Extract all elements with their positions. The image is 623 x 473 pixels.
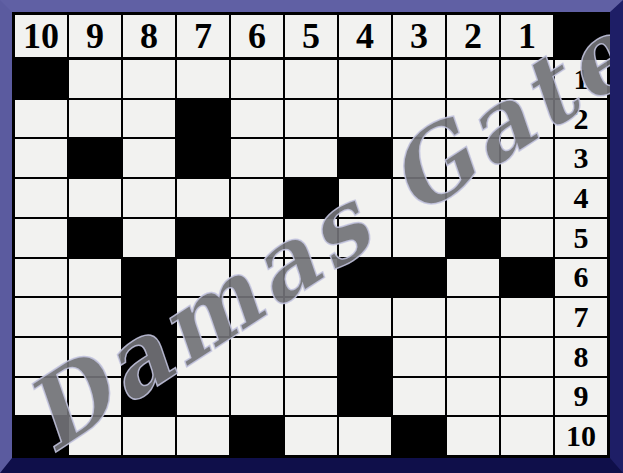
grid-cell-r6-c5[interactable] xyxy=(284,258,338,298)
black-cell-r1-c10 xyxy=(14,59,68,99)
black-cell-r10-c6 xyxy=(230,416,284,456)
grid-cell-r4-c1[interactable] xyxy=(500,178,554,218)
grid-cell-r4-c6[interactable] xyxy=(230,178,284,218)
column-label-1: 1 xyxy=(500,14,554,59)
grid-cell-r8-c9[interactable] xyxy=(68,337,122,377)
grid-cell-r7-c10[interactable] xyxy=(14,297,68,337)
column-label-10: 10 xyxy=(14,14,68,59)
grid-cell-r4-c4[interactable] xyxy=(338,178,392,218)
grid-cell-r5-c4[interactable] xyxy=(338,218,392,258)
grid-cell-r3-c5[interactable] xyxy=(284,138,338,178)
grid-cell-r9-c1[interactable] xyxy=(500,377,554,417)
row-label-9: 9 xyxy=(554,377,608,417)
grid-cell-r2-c1[interactable] xyxy=(500,99,554,139)
grid-cell-r3-c2[interactable] xyxy=(446,138,500,178)
grid-cell-r9-c10[interactable] xyxy=(14,377,68,417)
grid-cell-r2-c5[interactable] xyxy=(284,99,338,139)
grid-cell-r5-c5[interactable] xyxy=(284,218,338,258)
grid-cell-r6-c6[interactable] xyxy=(230,258,284,298)
black-cell-r9-c4 xyxy=(338,377,392,417)
column-label-3: 3 xyxy=(392,14,446,59)
row-label-3: 3 xyxy=(554,138,608,178)
black-cell-r10-c10 xyxy=(14,416,68,456)
grid-cell-r4-c10[interactable] xyxy=(14,178,68,218)
grid-cell-r1-c1[interactable] xyxy=(500,59,554,99)
grid-cell-r3-c10[interactable] xyxy=(14,138,68,178)
grid-cell-r9-c9[interactable] xyxy=(68,377,122,417)
black-cell-r5-c2 xyxy=(446,218,500,258)
grid-cell-r10-c1[interactable] xyxy=(500,416,554,456)
grid-cell-r6-c10[interactable] xyxy=(14,258,68,298)
grid-cell-r6-c7[interactable] xyxy=(176,258,230,298)
column-label-8: 8 xyxy=(122,14,176,59)
grid-cell-r7-c5[interactable] xyxy=(284,297,338,337)
board-frame: 1098765432112345678910 Damas Gate xyxy=(0,0,623,473)
black-cell-r3-c4 xyxy=(338,138,392,178)
grid-cell-r1-c6[interactable] xyxy=(230,59,284,99)
grid-cell-r1-c4[interactable] xyxy=(338,59,392,99)
grid-cell-r2-c4[interactable] xyxy=(338,99,392,139)
grid-cell-r7-c6[interactable] xyxy=(230,297,284,337)
grid-cell-r10-c4[interactable] xyxy=(338,416,392,456)
column-label-2: 2 xyxy=(446,14,500,59)
grid-cell-r1-c7[interactable] xyxy=(176,59,230,99)
grid-cell-r4-c2[interactable] xyxy=(446,178,500,218)
corner-cell xyxy=(554,14,608,59)
grid-cell-r4-c3[interactable] xyxy=(392,178,446,218)
row-label-8: 8 xyxy=(554,337,608,377)
grid-cell-r2-c8[interactable] xyxy=(122,99,176,139)
column-label-9: 9 xyxy=(68,14,122,59)
grid-cell-r10-c8[interactable] xyxy=(122,416,176,456)
black-cell-r10-c3 xyxy=(392,416,446,456)
row-label-2: 2 xyxy=(554,99,608,139)
grid-cell-r5-c10[interactable] xyxy=(14,218,68,258)
board: 1098765432112345678910 xyxy=(12,12,610,458)
grid-cell-r9-c7[interactable] xyxy=(176,377,230,417)
black-cell-r6-c3 xyxy=(392,258,446,298)
grid-cell-r2-c3[interactable] xyxy=(392,99,446,139)
grid-cell-r1-c8[interactable] xyxy=(122,59,176,99)
black-cell-r8-c8 xyxy=(122,337,176,377)
grid-cell-r7-c4[interactable] xyxy=(338,297,392,337)
grid-cell-r10-c9[interactable] xyxy=(68,416,122,456)
grid-cell-r5-c6[interactable] xyxy=(230,218,284,258)
black-cell-r3-c9 xyxy=(68,138,122,178)
grid-cell-r9-c5[interactable] xyxy=(284,377,338,417)
row-label-6: 6 xyxy=(554,258,608,298)
grid-cell-r4-c9[interactable] xyxy=(68,178,122,218)
black-cell-r3-c7 xyxy=(176,138,230,178)
grid-cell-r9-c3[interactable] xyxy=(392,377,446,417)
grid-cell-r8-c7[interactable] xyxy=(176,337,230,377)
grid-cell-r10-c7[interactable] xyxy=(176,416,230,456)
grid-cell-r8-c2[interactable] xyxy=(446,337,500,377)
black-cell-r5-c9 xyxy=(68,218,122,258)
row-label-7: 7 xyxy=(554,297,608,337)
grid-cell-r7-c2[interactable] xyxy=(446,297,500,337)
grid-cell-r3-c1[interactable] xyxy=(500,138,554,178)
row-label-1: 1 xyxy=(554,59,608,99)
grid-cell-r8-c3[interactable] xyxy=(392,337,446,377)
grid-cell-r8-c10[interactable] xyxy=(14,337,68,377)
grid-cell-r2-c6[interactable] xyxy=(230,99,284,139)
grid-cell-r3-c6[interactable] xyxy=(230,138,284,178)
grid-cell-r1-c9[interactable] xyxy=(68,59,122,99)
grid-cell-r6-c9[interactable] xyxy=(68,258,122,298)
black-cell-r2-c7 xyxy=(176,99,230,139)
grid-cell-r1-c3[interactable] xyxy=(392,59,446,99)
black-cell-r6-c1 xyxy=(500,258,554,298)
grid-cell-r4-c7[interactable] xyxy=(176,178,230,218)
grid-cell-r8-c1[interactable] xyxy=(500,337,554,377)
black-cell-r9-c8 xyxy=(122,377,176,417)
grid-cell-r7-c9[interactable] xyxy=(68,297,122,337)
grid-cell-r2-c9[interactable] xyxy=(68,99,122,139)
grid-cell-r3-c8[interactable] xyxy=(122,138,176,178)
grid-cell-r1-c5[interactable] xyxy=(284,59,338,99)
grid-cell-r6-c2[interactable] xyxy=(446,258,500,298)
black-cell-r6-c8 xyxy=(122,258,176,298)
grid-cell-r7-c3[interactable] xyxy=(392,297,446,337)
black-cell-r6-c4 xyxy=(338,258,392,298)
grid-cell-r4-c8[interactable] xyxy=(122,178,176,218)
grid-cell-r10-c5[interactable] xyxy=(284,416,338,456)
grid-cell-r5-c8[interactable] xyxy=(122,218,176,258)
column-label-5: 5 xyxy=(284,14,338,59)
grid-cell-r1-c2[interactable] xyxy=(446,59,500,99)
black-cell-r7-c8 xyxy=(122,297,176,337)
grid-cell-r9-c2[interactable] xyxy=(446,377,500,417)
column-label-7: 7 xyxy=(176,14,230,59)
grid-cell-r9-c6[interactable] xyxy=(230,377,284,417)
grid-cell-r7-c7[interactable] xyxy=(176,297,230,337)
grid-cell-r10-c2[interactable] xyxy=(446,416,500,456)
row-label-5: 5 xyxy=(554,218,608,258)
grid-cell-r5-c3[interactable] xyxy=(392,218,446,258)
grid-cell-r7-c1[interactable] xyxy=(500,297,554,337)
grid-cell-r8-c6[interactable] xyxy=(230,337,284,377)
grid-cell-r2-c2[interactable] xyxy=(446,99,500,139)
grid-cell-r5-c1[interactable] xyxy=(500,218,554,258)
row-label-10: 10 xyxy=(554,416,608,456)
row-label-4: 4 xyxy=(554,178,608,218)
black-cell-r8-c4 xyxy=(338,337,392,377)
black-cell-r5-c7 xyxy=(176,218,230,258)
black-cell-r4-c5 xyxy=(284,178,338,218)
grid-cell-r8-c5[interactable] xyxy=(284,337,338,377)
grid-cell-r3-c3[interactable] xyxy=(392,138,446,178)
grid-cell-r2-c10[interactable] xyxy=(14,99,68,139)
column-label-6: 6 xyxy=(230,14,284,59)
column-label-4: 4 xyxy=(338,14,392,59)
